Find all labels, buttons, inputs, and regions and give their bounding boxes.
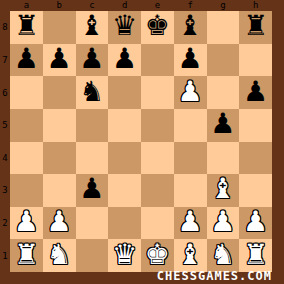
square-h2[interactable]: ♟ (239, 207, 272, 240)
square-g3[interactable]: ♝ (207, 174, 240, 207)
square-d7[interactable]: ♟ (108, 44, 141, 77)
square-f7[interactable]: ♟ (174, 44, 207, 77)
square-g7[interactable] (207, 44, 240, 77)
square-a6[interactable] (10, 76, 43, 109)
square-h8[interactable]: ♜ (239, 11, 272, 44)
square-d1[interactable]: ♛ (108, 239, 141, 272)
square-h6[interactable]: ♟ (239, 76, 272, 109)
rank-label-1: 1 (0, 239, 10, 272)
square-f3[interactable] (174, 174, 207, 207)
square-c2[interactable] (76, 207, 109, 240)
square-h5[interactable] (239, 109, 272, 142)
chess-board: ♜♝♛♚♝♜♟♟♟♟♟♞♟♟♟♟♝♟♟♟♟♟♜♞♛♚♝♞♜ (10, 11, 272, 272)
square-c3[interactable]: ♟ (76, 174, 109, 207)
square-b8[interactable] (43, 11, 76, 44)
piece-black-rook: ♜ (243, 12, 268, 40)
square-c7[interactable]: ♟ (76, 44, 109, 77)
square-b5[interactable] (43, 109, 76, 142)
rank-label-5: 5 (0, 109, 10, 142)
square-e5[interactable] (141, 109, 174, 142)
rank-label-2: 2 (0, 207, 10, 240)
square-g2[interactable]: ♟ (207, 207, 240, 240)
rank-label-8: 8 (0, 11, 10, 44)
square-d4[interactable] (108, 142, 141, 175)
piece-white-pawn: ♟ (178, 78, 203, 106)
square-a8[interactable]: ♜ (10, 11, 43, 44)
file-label-g: g (207, 0, 240, 11)
square-a1[interactable]: ♜ (10, 239, 43, 272)
piece-black-bishop: ♝ (79, 12, 104, 40)
square-a4[interactable] (10, 142, 43, 175)
square-e6[interactable] (141, 76, 174, 109)
square-g1[interactable]: ♞ (207, 239, 240, 272)
piece-white-king: ♚ (145, 241, 170, 269)
square-f6[interactable]: ♟ (174, 76, 207, 109)
square-e1[interactable]: ♚ (141, 239, 174, 272)
piece-black-pawn: ♟ (243, 78, 268, 106)
piece-white-pawn: ♟ (178, 208, 203, 236)
piece-white-pawn: ♟ (243, 208, 268, 236)
file-labels: abcdefgh (10, 0, 272, 11)
piece-black-pawn: ♟ (47, 45, 72, 73)
chessgames-watermark: CHESSGAMES.COM (157, 269, 272, 283)
square-b6[interactable] (43, 76, 76, 109)
piece-white-pawn: ♟ (14, 208, 39, 236)
piece-white-queen: ♛ (112, 241, 137, 269)
square-h1[interactable]: ♜ (239, 239, 272, 272)
square-g4[interactable] (207, 142, 240, 175)
square-f1[interactable]: ♝ (174, 239, 207, 272)
piece-white-pawn: ♟ (47, 208, 72, 236)
piece-black-pawn: ♟ (14, 45, 39, 73)
board-frame: abcdefgh 87654321 ♜♝♛♚♝♜♟♟♟♟♟♞♟♟♟♟♝♟♟♟♟♟… (0, 0, 284, 284)
square-a3[interactable] (10, 174, 43, 207)
square-a2[interactable]: ♟ (10, 207, 43, 240)
piece-black-pawn: ♟ (178, 45, 203, 73)
square-d3[interactable] (108, 174, 141, 207)
piece-white-knight: ♞ (210, 241, 235, 269)
piece-black-queen: ♛ (112, 12, 137, 40)
piece-black-pawn: ♟ (79, 45, 104, 73)
square-e2[interactable] (141, 207, 174, 240)
square-c1[interactable] (76, 239, 109, 272)
piece-white-pawn: ♟ (210, 208, 235, 236)
square-a7[interactable]: ♟ (10, 44, 43, 77)
piece-white-rook: ♜ (243, 241, 268, 269)
square-f4[interactable] (174, 142, 207, 175)
square-b4[interactable] (43, 142, 76, 175)
piece-black-rook: ♜ (14, 12, 39, 40)
square-c6[interactable]: ♞ (76, 76, 109, 109)
piece-black-bishop: ♝ (178, 12, 203, 40)
piece-black-pawn: ♟ (210, 110, 235, 138)
square-f2[interactable]: ♟ (174, 207, 207, 240)
rank-label-3: 3 (0, 174, 10, 207)
file-label-a: a (10, 0, 43, 11)
square-b7[interactable]: ♟ (43, 44, 76, 77)
square-d8[interactable]: ♛ (108, 11, 141, 44)
piece-black-king: ♚ (145, 12, 170, 40)
square-g5[interactable]: ♟ (207, 109, 240, 142)
rank-label-6: 6 (0, 76, 10, 109)
piece-white-bishop: ♝ (210, 175, 235, 203)
square-h7[interactable] (239, 44, 272, 77)
square-b3[interactable] (43, 174, 76, 207)
file-label-d: d (108, 0, 141, 11)
square-d6[interactable] (108, 76, 141, 109)
square-e3[interactable] (141, 174, 174, 207)
square-a5[interactable] (10, 109, 43, 142)
square-g6[interactable] (207, 76, 240, 109)
rank-label-7: 7 (0, 44, 10, 77)
piece-black-knight: ♞ (79, 78, 104, 106)
square-c4[interactable] (76, 142, 109, 175)
square-e7[interactable] (141, 44, 174, 77)
piece-white-knight: ♞ (47, 241, 72, 269)
square-h4[interactable] (239, 142, 272, 175)
square-e8[interactable]: ♚ (141, 11, 174, 44)
square-f5[interactable] (174, 109, 207, 142)
square-e4[interactable] (141, 142, 174, 175)
square-c8[interactable]: ♝ (76, 11, 109, 44)
square-d2[interactable] (108, 207, 141, 240)
file-label-h: h (239, 0, 272, 11)
piece-white-rook: ♜ (14, 241, 39, 269)
piece-black-pawn: ♟ (112, 45, 137, 73)
square-h3[interactable] (239, 174, 272, 207)
file-label-e: e (141, 0, 174, 11)
square-f8[interactable]: ♝ (174, 11, 207, 44)
rank-label-4: 4 (0, 142, 10, 175)
square-c5[interactable] (76, 109, 109, 142)
square-b1[interactable]: ♞ (43, 239, 76, 272)
square-g8[interactable] (207, 11, 240, 44)
piece-white-bishop: ♝ (178, 241, 203, 269)
file-label-f: f (174, 0, 207, 11)
file-label-c: c (76, 0, 109, 11)
piece-black-pawn: ♟ (79, 175, 104, 203)
square-d5[interactable] (108, 109, 141, 142)
file-label-b: b (43, 0, 76, 11)
rank-labels: 87654321 (0, 11, 10, 272)
square-b2[interactable]: ♟ (43, 207, 76, 240)
